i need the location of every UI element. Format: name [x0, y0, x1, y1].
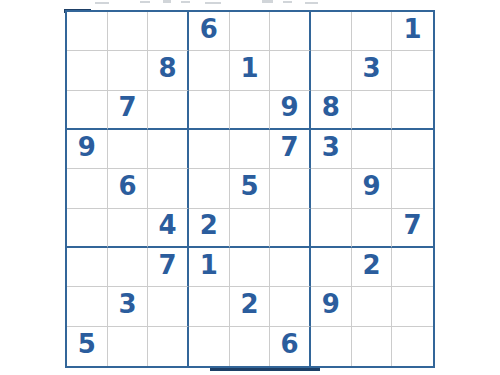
crop-artifact [95, 2, 109, 4]
sudoku-cell-empty[interactable] [392, 248, 433, 287]
sudoku-cell-empty[interactable] [148, 91, 189, 130]
sudoku-cell-empty[interactable] [270, 287, 311, 326]
sudoku-cell-empty[interactable] [189, 287, 230, 326]
sudoku-cell-given: 8 [148, 51, 189, 90]
crop-artifact [283, 1, 292, 3]
sudoku-cell-given: 3 [352, 51, 393, 90]
sudoku-cell-given: 2 [352, 248, 393, 287]
sudoku-cell-empty[interactable] [148, 327, 189, 366]
sudoku-cell-given: 9 [311, 287, 352, 326]
sudoku-cell-empty[interactable] [67, 248, 108, 287]
sudoku-cell-empty[interactable] [230, 327, 271, 366]
sudoku-cell-given: 6 [108, 169, 149, 208]
sudoku-cell-empty[interactable] [148, 12, 189, 51]
sudoku-cell-empty[interactable] [189, 169, 230, 208]
crop-artifact [262, 0, 273, 3]
sudoku-board: 6181379897365942771232956 [65, 10, 435, 368]
sudoku-cell-empty[interactable] [392, 51, 433, 90]
sudoku-cell-given: 1 [392, 12, 433, 51]
sudoku-cell-empty[interactable] [67, 91, 108, 130]
sudoku-page: 6181379897365942771232956 [0, 0, 500, 375]
sudoku-cell-empty[interactable] [189, 91, 230, 130]
sudoku-cell-empty[interactable] [270, 51, 311, 90]
sudoku-cell-given: 9 [270, 91, 311, 130]
sudoku-cell-empty[interactable] [108, 51, 149, 90]
sudoku-cell-given: 4 [148, 209, 189, 248]
crop-artifact [163, 0, 171, 3]
crop-artifact [305, 2, 318, 4]
sudoku-cell-empty[interactable] [352, 12, 393, 51]
sudoku-cell-empty[interactable] [311, 169, 352, 208]
sudoku-cell-empty[interactable] [352, 130, 393, 169]
sudoku-cell-empty[interactable] [230, 91, 271, 130]
sudoku-cell-given: 2 [230, 287, 271, 326]
sudoku-cell-empty[interactable] [392, 327, 433, 366]
sudoku-cell-empty[interactable] [108, 130, 149, 169]
sudoku-cell-empty[interactable] [230, 12, 271, 51]
crop-artifact [181, 1, 190, 3]
sudoku-cell-empty[interactable] [270, 169, 311, 208]
sudoku-cell-empty[interactable] [270, 12, 311, 51]
sudoku-cell-empty[interactable] [352, 209, 393, 248]
sudoku-cell-given: 3 [311, 130, 352, 169]
sudoku-cell-empty[interactable] [67, 209, 108, 248]
sudoku-cell-empty[interactable] [392, 169, 433, 208]
sudoku-cell-empty[interactable] [352, 91, 393, 130]
sudoku-cell-empty[interactable] [148, 130, 189, 169]
sudoku-cell-given: 3 [108, 287, 149, 326]
sudoku-cell-given: 6 [270, 327, 311, 366]
sudoku-cell-empty[interactable] [108, 327, 149, 366]
sudoku-cell-empty[interactable] [270, 248, 311, 287]
sudoku-cell-empty[interactable] [67, 12, 108, 51]
sudoku-cell-empty[interactable] [67, 287, 108, 326]
sudoku-cell-given: 7 [148, 248, 189, 287]
sudoku-cell-empty[interactable] [148, 169, 189, 208]
sudoku-cell-empty[interactable] [352, 327, 393, 366]
sudoku-cell-empty[interactable] [108, 12, 149, 51]
sudoku-cell-empty[interactable] [67, 169, 108, 208]
sudoku-cell-empty[interactable] [311, 248, 352, 287]
crop-artifact [140, 1, 150, 3]
sudoku-cell-given: 9 [67, 130, 108, 169]
sudoku-cell-given: 7 [270, 130, 311, 169]
sudoku-cell-empty[interactable] [311, 327, 352, 366]
sudoku-cell-given: 1 [189, 248, 230, 287]
sudoku-cell-empty[interactable] [108, 209, 149, 248]
sudoku-cell-given: 6 [189, 12, 230, 51]
sudoku-cell-given: 7 [108, 91, 149, 130]
sudoku-cell-empty[interactable] [108, 248, 149, 287]
sudoku-cell-given: 5 [230, 169, 271, 208]
sudoku-cell-empty[interactable] [270, 209, 311, 248]
sudoku-cell-empty[interactable] [352, 287, 393, 326]
sudoku-cell-empty[interactable] [311, 51, 352, 90]
sudoku-cell-empty[interactable] [189, 51, 230, 90]
sudoku-cell-empty[interactable] [392, 130, 433, 169]
sudoku-cell-empty[interactable] [148, 287, 189, 326]
sudoku-cell-given: 7 [392, 209, 433, 248]
crop-artifact [205, 2, 221, 4]
crop-artifact [210, 368, 320, 371]
sudoku-cell-empty[interactable] [230, 130, 271, 169]
sudoku-cell-given: 8 [311, 91, 352, 130]
sudoku-cell-empty[interactable] [311, 209, 352, 248]
sudoku-cell-empty[interactable] [67, 51, 108, 90]
sudoku-cell-empty[interactable] [392, 91, 433, 130]
sudoku-cell-empty[interactable] [230, 248, 271, 287]
sudoku-cell-given: 1 [230, 51, 271, 90]
sudoku-cell-empty[interactable] [230, 209, 271, 248]
sudoku-cell-given: 9 [352, 169, 393, 208]
sudoku-cell-empty[interactable] [189, 327, 230, 366]
sudoku-cell-empty[interactable] [311, 12, 352, 51]
sudoku-cell-empty[interactable] [189, 130, 230, 169]
sudoku-cell-given: 2 [189, 209, 230, 248]
sudoku-cell-given: 5 [67, 327, 108, 366]
sudoku-cell-empty[interactable] [392, 287, 433, 326]
